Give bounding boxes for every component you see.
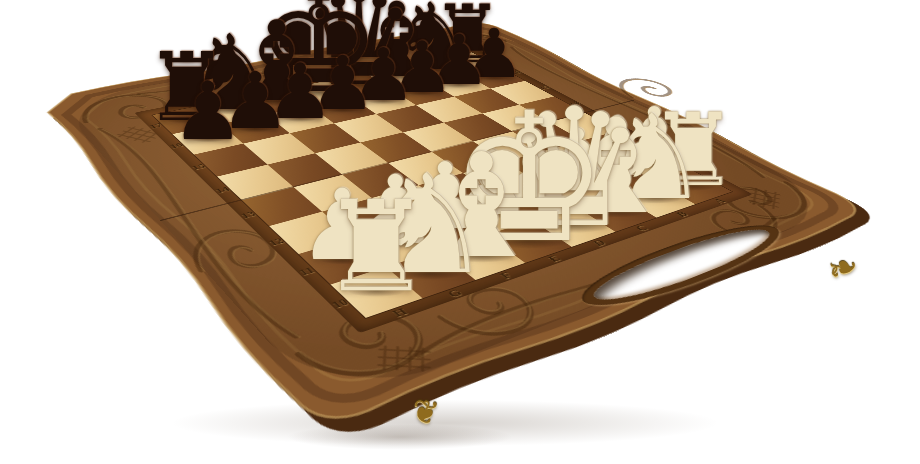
product-photo-stage: HGFEDCBA17171616151514141313121211111010…	[0, 0, 920, 464]
brass-clasp-icon[interactable]: ❦	[409, 394, 441, 430]
brass-latch-icon[interactable]: ❧	[823, 246, 864, 290]
chess-board-3d: HGFEDCBA17171616151514141313121211111010	[22, 17, 887, 448]
